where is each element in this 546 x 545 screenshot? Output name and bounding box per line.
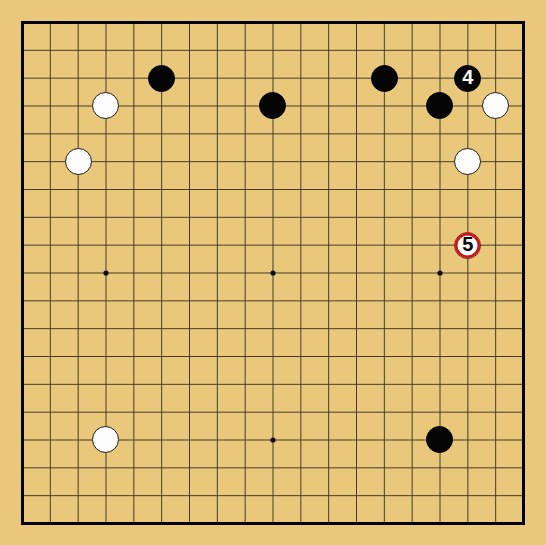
white-stone[interactable] — [65, 148, 92, 175]
white-stone[interactable]: 5 — [454, 232, 481, 259]
white-stone[interactable] — [454, 148, 481, 175]
black-stone[interactable] — [148, 65, 175, 92]
black-stone[interactable] — [371, 65, 398, 92]
black-stone[interactable] — [426, 426, 453, 453]
go-board-diagram: 45 — [0, 0, 546, 545]
black-stone[interactable] — [426, 92, 453, 119]
black-stone[interactable] — [259, 92, 286, 119]
move-number-label: 4 — [462, 67, 473, 87]
white-stone[interactable] — [92, 426, 119, 453]
board-intersections-layer[interactable]: 45 — [9, 9, 538, 538]
black-stone[interactable]: 4 — [454, 65, 481, 92]
move-number-label: 5 — [462, 234, 473, 254]
white-stone[interactable] — [482, 92, 509, 119]
white-stone[interactable] — [92, 92, 119, 119]
